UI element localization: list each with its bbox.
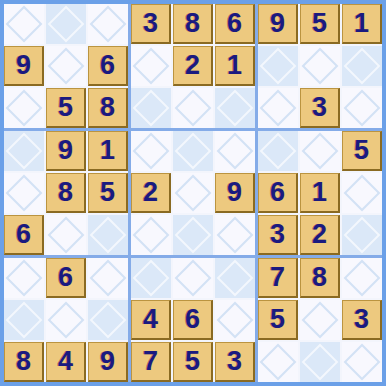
- diamond-watermark-icon: [217, 133, 254, 170]
- cell-r9c2: 4: [46, 342, 86, 382]
- cell-r8c7: 5: [258, 300, 298, 340]
- cell-r9c6: 3: [215, 342, 255, 382]
- diamond-watermark-icon: [6, 6, 43, 43]
- cell-value: 8: [58, 179, 73, 206]
- cell-r5c2: 8: [46, 173, 86, 213]
- cell-value: 6: [270, 179, 285, 206]
- cell-r8c4: 4: [131, 300, 171, 340]
- cell-value: 3: [143, 10, 158, 37]
- cell-r7c9[interactable]: [342, 258, 382, 298]
- cell-r7c5[interactable]: [173, 258, 213, 298]
- cell-value: 2: [185, 52, 200, 79]
- cell-value: 8: [100, 94, 115, 121]
- diamond-watermark-icon: [344, 260, 381, 297]
- cell-r2c9[interactable]: [342, 46, 382, 86]
- diamond-watermark-icon: [260, 344, 297, 381]
- cell-r9c1: 8: [4, 342, 44, 382]
- cell-value: 6: [100, 52, 115, 79]
- cell-value: 1: [312, 179, 327, 206]
- diamond-watermark-icon: [260, 90, 297, 127]
- diamond-watermark-icon: [217, 302, 254, 339]
- cell-value: 9: [100, 348, 115, 375]
- cell-r8c5: 6: [173, 300, 213, 340]
- diamond-watermark-icon: [344, 90, 381, 127]
- cell-r6c8: 2: [300, 215, 340, 255]
- cell-value: 7: [270, 264, 285, 291]
- diamond-watermark-icon: [260, 133, 297, 170]
- diamond-watermark-icon: [344, 48, 381, 85]
- cell-r2c8[interactable]: [300, 46, 340, 86]
- cell-r6c7: 3: [258, 215, 298, 255]
- cell-value: 5: [270, 306, 285, 333]
- cell-value: 5: [100, 179, 115, 206]
- cell-r5c3: 5: [88, 173, 128, 213]
- cell-value: 6: [227, 10, 242, 37]
- cell-value: 9: [227, 179, 242, 206]
- diamond-watermark-icon: [90, 260, 127, 297]
- cell-r2c1: 9: [4, 46, 44, 86]
- cell-r1c4: 3: [131, 4, 171, 44]
- cell-r9c9[interactable]: [342, 342, 382, 382]
- cell-r3c7[interactable]: [258, 88, 298, 128]
- diamond-watermark-icon: [217, 260, 254, 297]
- diamond-watermark-icon: [344, 344, 381, 381]
- cell-value: 2: [143, 179, 158, 206]
- cell-r2c6: 1: [215, 46, 255, 86]
- cell-r2c4[interactable]: [131, 46, 171, 86]
- cell-value: 5: [354, 137, 369, 164]
- diamond-watermark-icon: [6, 302, 43, 339]
- cell-r9c5: 5: [173, 342, 213, 382]
- cell-value: 8: [312, 264, 327, 291]
- cell-value: 8: [16, 348, 31, 375]
- diamond-watermark-icon: [175, 90, 212, 127]
- cell-r1c2[interactable]: [46, 4, 86, 44]
- cell-value: 6: [185, 306, 200, 333]
- diamond-watermark-icon: [48, 217, 85, 254]
- cell-value: 5: [312, 10, 327, 37]
- cell-r7c4[interactable]: [131, 258, 171, 298]
- cell-r5c5[interactable]: [173, 173, 213, 213]
- cell-r3c4[interactable]: [131, 88, 171, 128]
- diamond-watermark-icon: [90, 302, 127, 339]
- cell-r8c3[interactable]: [88, 300, 128, 340]
- cell-r3c6[interactable]: [215, 88, 255, 128]
- cell-r5c6: 9: [215, 173, 255, 213]
- cell-value: 5: [58, 94, 73, 121]
- diamond-watermark-icon: [48, 302, 85, 339]
- cell-value: 1: [227, 52, 242, 79]
- cell-r6c3[interactable]: [88, 215, 128, 255]
- cell-r1c7: 9: [258, 4, 298, 44]
- diamond-watermark-icon: [48, 48, 85, 85]
- diamond-watermark-icon: [217, 217, 254, 254]
- cell-r1c8: 5: [300, 4, 340, 44]
- sudoku-board: 38695196215839158529616326784653849753: [0, 0, 386, 386]
- cell-r5c9[interactable]: [342, 173, 382, 213]
- cell-value: 3: [354, 306, 369, 333]
- cell-r7c3[interactable]: [88, 258, 128, 298]
- diamond-watermark-icon: [175, 217, 212, 254]
- diamond-watermark-icon: [6, 90, 43, 127]
- cell-value: 3: [270, 221, 285, 248]
- cell-r1c1[interactable]: [4, 4, 44, 44]
- cell-r3c8: 3: [300, 88, 340, 128]
- diamond-watermark-icon: [133, 133, 170, 170]
- cell-r6c6[interactable]: [215, 215, 255, 255]
- cell-value: 2: [312, 221, 327, 248]
- cell-value: 4: [58, 348, 73, 375]
- cell-value: 3: [227, 348, 242, 375]
- cell-r4c2: 9: [46, 131, 86, 171]
- diamond-watermark-icon: [302, 344, 339, 381]
- cell-r5c7: 6: [258, 173, 298, 213]
- cell-r5c4: 2: [131, 173, 171, 213]
- cell-r3c9[interactable]: [342, 88, 382, 128]
- cell-value: 6: [58, 264, 73, 291]
- diamond-watermark-icon: [90, 217, 127, 254]
- cell-r6c1: 6: [4, 215, 44, 255]
- cell-r4c3: 1: [88, 131, 128, 171]
- cell-r7c7: 7: [258, 258, 298, 298]
- diamond-watermark-icon: [6, 133, 43, 170]
- cell-r2c7[interactable]: [258, 46, 298, 86]
- cell-r7c2: 6: [46, 258, 86, 298]
- cell-value: 4: [143, 306, 158, 333]
- diamond-watermark-icon: [344, 217, 381, 254]
- cell-r8c6[interactable]: [215, 300, 255, 340]
- diamond-watermark-icon: [302, 48, 339, 85]
- cell-r7c8: 8: [300, 258, 340, 298]
- cell-value: 7: [143, 348, 158, 375]
- cell-value: 1: [100, 137, 115, 164]
- cell-r8c2[interactable]: [46, 300, 86, 340]
- cell-value: 9: [16, 52, 31, 79]
- cell-r9c7[interactable]: [258, 342, 298, 382]
- cell-r5c8: 1: [300, 173, 340, 213]
- diamond-watermark-icon: [302, 302, 339, 339]
- cell-value: 5: [185, 348, 200, 375]
- cell-r7c6[interactable]: [215, 258, 255, 298]
- cell-r6c4[interactable]: [131, 215, 171, 255]
- diamond-watermark-icon: [133, 260, 170, 297]
- cell-r9c3: 9: [88, 342, 128, 382]
- cell-r5c1[interactable]: [4, 173, 44, 213]
- cell-r3c1[interactable]: [4, 88, 44, 128]
- diamond-watermark-icon: [217, 90, 254, 127]
- cell-r6c2[interactable]: [46, 215, 86, 255]
- cell-r1c5: 8: [173, 4, 213, 44]
- diamond-watermark-icon: [48, 6, 85, 43]
- diamond-watermark-icon: [6, 175, 43, 212]
- diamond-watermark-icon: [260, 48, 297, 85]
- diamond-watermark-icon: [6, 260, 43, 297]
- cell-r3c3: 8: [88, 88, 128, 128]
- cell-r3c5[interactable]: [173, 88, 213, 128]
- cell-r6c9[interactable]: [342, 215, 382, 255]
- cell-r4c7[interactable]: [258, 131, 298, 171]
- cell-r8c1[interactable]: [4, 300, 44, 340]
- cell-r4c9: 5: [342, 131, 382, 171]
- diamond-watermark-icon: [133, 217, 170, 254]
- diamond-watermark-icon: [175, 260, 212, 297]
- cell-r1c3[interactable]: [88, 4, 128, 44]
- cell-value: 6: [16, 221, 31, 248]
- cell-r8c8[interactable]: [300, 300, 340, 340]
- diamond-watermark-icon: [90, 6, 127, 43]
- diamond-watermark-icon: [175, 175, 212, 212]
- cell-r2c3: 6: [88, 46, 128, 86]
- diamond-watermark-icon: [175, 133, 212, 170]
- cell-value: 3: [312, 94, 327, 121]
- cell-r8c9: 3: [342, 300, 382, 340]
- cell-value: 9: [58, 137, 73, 164]
- cell-r3c2: 5: [46, 88, 86, 128]
- cell-value: 1: [354, 10, 369, 37]
- cell-r4c5[interactable]: [173, 131, 213, 171]
- cell-r4c1[interactable]: [4, 131, 44, 171]
- cell-r4c8[interactable]: [300, 131, 340, 171]
- cell-value: 9: [270, 10, 285, 37]
- cell-r1c6: 6: [215, 4, 255, 44]
- diamond-watermark-icon: [133, 48, 170, 85]
- cell-value: 8: [185, 10, 200, 37]
- cell-r9c8[interactable]: [300, 342, 340, 382]
- diamond-watermark-icon: [344, 175, 381, 212]
- cell-r1c9: 1: [342, 4, 382, 44]
- cell-r2c5: 2: [173, 46, 213, 86]
- cell-r6c5[interactable]: [173, 215, 213, 255]
- diamond-watermark-icon: [302, 133, 339, 170]
- cell-r2c2[interactable]: [46, 46, 86, 86]
- diamond-watermark-icon: [133, 90, 170, 127]
- cell-r4c4[interactable]: [131, 131, 171, 171]
- cell-r4c6[interactable]: [215, 131, 255, 171]
- cell-r7c1[interactable]: [4, 258, 44, 298]
- cell-r9c4: 7: [131, 342, 171, 382]
